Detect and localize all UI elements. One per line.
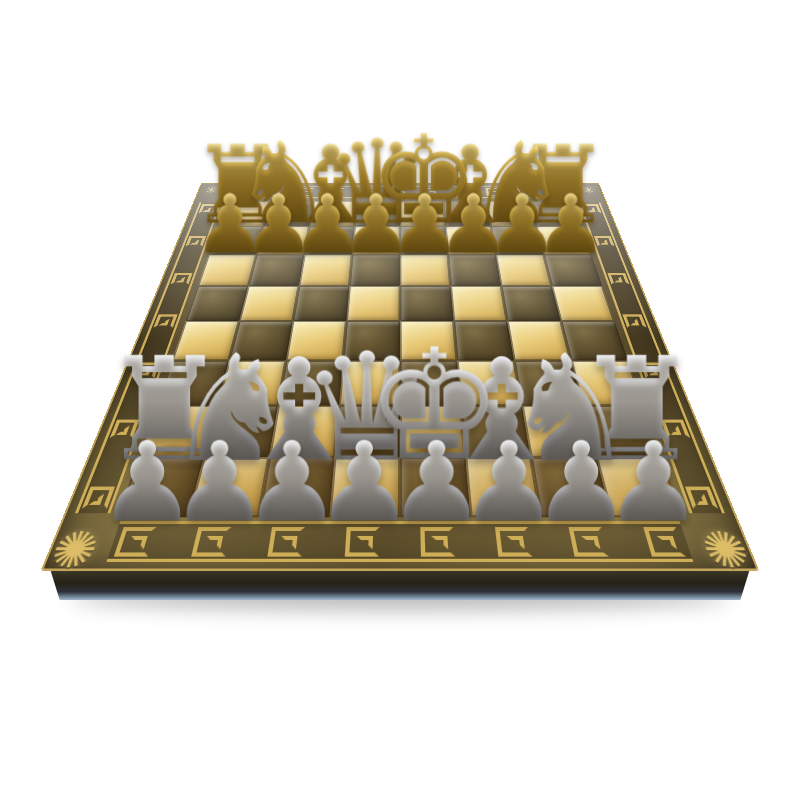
- greek-key-motif: [392, 188, 407, 196]
- greek-key-motif: [266, 188, 283, 196]
- greek-key-motif: [235, 188, 253, 196]
- rosette-icon: ✺: [695, 525, 758, 575]
- greek-key-motif: [454, 188, 470, 196]
- greek-key-motif: [516, 188, 533, 196]
- chess-board: ✳ ✳ ✺ ✺ ♜♞♝♛♚♝♞♜♟♟♟♟♟♟♟♟♜♞♝♛♚♝♞♜♟♟♟♟♟♟♟♟: [41, 183, 760, 571]
- greek-key-motif: [298, 188, 315, 196]
- silver-pawn: ♟: [604, 427, 703, 537]
- square-h7: ♟: [536, 226, 591, 254]
- greek-key-motif: [582, 204, 601, 213]
- square-g5: [501, 286, 561, 321]
- square-g1: ♟: [531, 457, 612, 517]
- square-h5: [552, 286, 615, 321]
- greek-key-motif: [423, 188, 439, 196]
- greek-key-motif: [199, 204, 218, 213]
- square-f1: ♟: [465, 457, 541, 517]
- rosette-icon: ✺: [42, 525, 105, 575]
- square-c5: [293, 286, 350, 321]
- greek-key-motif: [171, 273, 193, 285]
- square-a5: [186, 286, 249, 321]
- gold-pawn: ♟: [534, 183, 607, 264]
- greek-key-motif: [594, 236, 615, 246]
- product-photo-scene: ✳ ✳ ✺ ✺ ♜♞♝♛♚♝♞♜♟♟♟♟♟♟♟♟♜♞♝♛♚♝♞♜♟♟♟♟♟♟♟♟: [0, 0, 800, 800]
- greek-key-motif: [329, 188, 345, 196]
- greek-key-motif: [547, 188, 565, 196]
- board-grid: ♜♞♝♛♚♝♞♜♟♟♟♟♟♟♟♟♜♞♝♛♚♝♞♜♟♟♟♟♟♟♟♟: [118, 201, 683, 517]
- square-h1: ♟: [596, 457, 682, 517]
- greek-key-motif: [607, 273, 629, 285]
- greek-key-motif: [485, 188, 502, 196]
- greek-key-motif: [361, 188, 377, 196]
- square-b5: [239, 286, 299, 321]
